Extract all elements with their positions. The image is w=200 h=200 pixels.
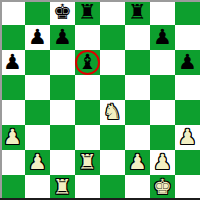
square-b5[interactable]	[25, 75, 50, 100]
square-d4[interactable]	[75, 100, 100, 125]
chess-board: ♚♜♜♟♟♟♟♝♟♞♟♟♟♜♟♟♜♚	[0, 0, 200, 200]
square-h2[interactable]	[175, 150, 200, 175]
square-h4[interactable]	[175, 100, 200, 125]
piece-black-pawn[interactable]: ♟	[150, 25, 175, 50]
piece-white-pawn[interactable]: ♟	[175, 125, 200, 150]
square-g2[interactable]: ♟	[150, 150, 175, 175]
piece-white-knight[interactable]: ♞	[100, 100, 125, 125]
square-e6[interactable]	[100, 50, 125, 75]
square-f1[interactable]	[125, 175, 150, 200]
square-b1[interactable]	[25, 175, 50, 200]
square-a7[interactable]	[0, 25, 25, 50]
piece-black-bishop[interactable]: ♝	[75, 50, 100, 75]
square-g3[interactable]	[150, 125, 175, 150]
square-g7[interactable]: ♟	[150, 25, 175, 50]
piece-white-pawn[interactable]: ♟	[150, 150, 175, 175]
square-b4[interactable]	[25, 100, 50, 125]
piece-black-rook[interactable]: ♜	[75, 0, 100, 25]
square-d6[interactable]: ♝	[75, 50, 100, 75]
piece-black-pawn[interactable]: ♟	[50, 25, 75, 50]
square-f8[interactable]: ♜	[125, 0, 150, 25]
piece-white-pawn[interactable]: ♟	[125, 150, 150, 175]
square-b3[interactable]	[25, 125, 50, 150]
square-e3[interactable]	[100, 125, 125, 150]
square-h7[interactable]	[175, 25, 200, 50]
square-e4[interactable]: ♞	[100, 100, 125, 125]
square-d3[interactable]	[75, 125, 100, 150]
square-e8[interactable]	[100, 0, 125, 25]
square-d2[interactable]: ♜	[75, 150, 100, 175]
square-a2[interactable]	[0, 150, 25, 175]
square-b8[interactable]	[25, 0, 50, 25]
piece-black-pawn[interactable]: ♟	[25, 25, 50, 50]
square-e7[interactable]	[100, 25, 125, 50]
piece-white-rook[interactable]: ♜	[50, 175, 75, 200]
square-f7[interactable]	[125, 25, 150, 50]
square-g4[interactable]	[150, 100, 175, 125]
square-d1[interactable]	[75, 175, 100, 200]
square-a1[interactable]	[0, 175, 25, 200]
square-c4[interactable]	[50, 100, 75, 125]
square-g5[interactable]	[150, 75, 175, 100]
square-h6[interactable]: ♟	[175, 50, 200, 75]
piece-white-pawn[interactable]: ♟	[0, 125, 25, 150]
piece-black-pawn[interactable]: ♟	[175, 50, 200, 75]
piece-black-pawn[interactable]: ♟	[0, 50, 25, 75]
square-d7[interactable]	[75, 25, 100, 50]
square-f2[interactable]: ♟	[125, 150, 150, 175]
square-f3[interactable]	[125, 125, 150, 150]
square-c5[interactable]	[50, 75, 75, 100]
square-h3[interactable]: ♟	[175, 125, 200, 150]
square-g1[interactable]: ♚	[150, 175, 175, 200]
square-h5[interactable]	[175, 75, 200, 100]
chess-diagram: ♚♜♜♟♟♟♟♝♟♞♟♟♟♜♟♟♜♚	[0, 0, 200, 200]
square-a5[interactable]	[0, 75, 25, 100]
square-e5[interactable]	[100, 75, 125, 100]
square-h1[interactable]	[175, 175, 200, 200]
square-h8[interactable]	[175, 0, 200, 25]
square-f6[interactable]	[125, 50, 150, 75]
piece-white-pawn[interactable]: ♟	[25, 150, 50, 175]
square-e1[interactable]	[100, 175, 125, 200]
square-c2[interactable]	[50, 150, 75, 175]
square-a3[interactable]: ♟	[0, 125, 25, 150]
square-c7[interactable]: ♟	[50, 25, 75, 50]
square-f5[interactable]	[125, 75, 150, 100]
square-c1[interactable]: ♜	[50, 175, 75, 200]
piece-black-king[interactable]: ♚	[50, 0, 75, 25]
square-d5[interactable]	[75, 75, 100, 100]
square-c3[interactable]	[50, 125, 75, 150]
piece-black-rook[interactable]: ♜	[125, 0, 150, 25]
square-b6[interactable]	[25, 50, 50, 75]
square-a8[interactable]	[0, 0, 25, 25]
piece-white-king[interactable]: ♚	[150, 175, 175, 200]
square-e2[interactable]	[100, 150, 125, 175]
square-d8[interactable]: ♜	[75, 0, 100, 25]
square-a4[interactable]	[0, 100, 25, 125]
square-a6[interactable]: ♟	[0, 50, 25, 75]
square-g8[interactable]	[150, 0, 175, 25]
square-b2[interactable]: ♟	[25, 150, 50, 175]
square-f4[interactable]	[125, 100, 150, 125]
piece-white-rook[interactable]: ♜	[75, 150, 100, 175]
square-b7[interactable]: ♟	[25, 25, 50, 50]
square-g6[interactable]	[150, 50, 175, 75]
square-c8[interactable]: ♚	[50, 0, 75, 25]
square-c6[interactable]	[50, 50, 75, 75]
